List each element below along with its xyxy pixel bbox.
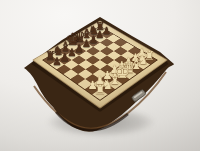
product-photo: ♜♞♟♝♟♛♟♚♟♝♟♞♟♟♜♟♟♜♟♟♞♟♝♟♛♟♚♟♝♟♞♜ [0, 0, 200, 151]
piece-layer: ♜♞♟♝♟♛♟♚♟♝♟♞♟♟♜♟♟♜♟♟♞♟♝♟♛♟♚♟♝♟♞♜ [0, 0, 200, 151]
black-pawn-glyph: ♟ [46, 56, 68, 67]
white-rook-glyph: ♜ [89, 83, 111, 96]
